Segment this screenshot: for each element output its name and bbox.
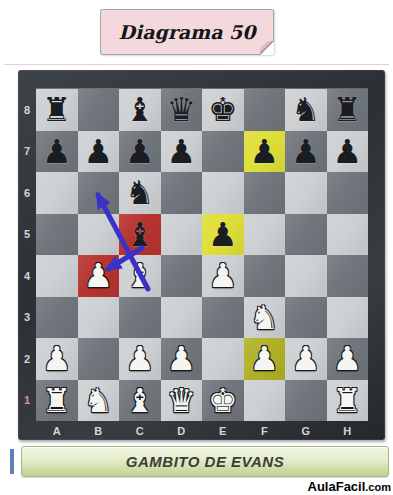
piece-white-knight-b1: ♞ [78, 380, 120, 422]
piece-white-rook-h1: ♜ [327, 380, 369, 422]
square-e6 [202, 172, 244, 214]
square-e8: ♚ [202, 89, 244, 131]
piece-black-rook-a8: ♜ [36, 89, 78, 131]
piece-white-pawn-c2: ♟ [119, 338, 161, 380]
square-h2: ♟ [327, 338, 369, 380]
squares-grid: ♜♝♛♚♞♜♟♟♟♟♟♟♟♞♝♟♟♝♟♞♟♟♟♟♟♟♜♞♝♛♚♜ [36, 89, 368, 421]
square-h4 [327, 255, 369, 297]
piece-white-pawn-h2: ♟ [327, 338, 369, 380]
lesson-page: Diagrama 50 87654321 ABCDEFGH ♜♝♛♚♞♜♟♟♟♟… [0, 0, 393, 495]
piece-white-rook-a1: ♜ [36, 380, 78, 422]
piece-black-queen-d8: ♛ [161, 89, 203, 131]
square-g6 [285, 172, 327, 214]
site-watermark[interactable]: AulaFacil.com [308, 479, 391, 494]
piece-black-pawn-h7: ♟ [327, 131, 369, 173]
square-e3 [202, 297, 244, 339]
square-e4: ♟ [202, 255, 244, 297]
square-b6 [78, 172, 120, 214]
square-a7: ♟ [36, 131, 78, 173]
opening-name: GAMBITO DE EVANS [126, 453, 284, 470]
file-label-b: B [78, 421, 120, 440]
rank-labels: 87654321 [18, 89, 36, 421]
square-h3 [327, 297, 369, 339]
square-h6 [327, 172, 369, 214]
square-g8: ♞ [285, 89, 327, 131]
piece-black-pawn-g7: ♟ [285, 131, 327, 173]
square-b2 [78, 338, 120, 380]
square-d7: ♟ [161, 131, 203, 173]
square-d1: ♛ [161, 380, 203, 422]
piece-black-knight-c6: ♞ [119, 172, 161, 214]
piece-black-bishop-c8: ♝ [119, 89, 161, 131]
piece-black-pawn-a7: ♟ [36, 131, 78, 173]
diagram-title: Diagrama 50 [118, 21, 255, 43]
piece-black-pawn-d7: ♟ [161, 131, 203, 173]
file-label-e: E [202, 421, 244, 440]
piece-black-pawn-e5: ♟ [202, 214, 244, 256]
square-h7: ♟ [327, 131, 369, 173]
square-d6 [161, 172, 203, 214]
square-c7: ♟ [119, 131, 161, 173]
square-c5: ♝ [119, 214, 161, 256]
piece-black-king-e8: ♚ [202, 89, 244, 131]
file-label-d: D [161, 421, 203, 440]
square-b8 [78, 89, 120, 131]
square-f3: ♞ [244, 297, 286, 339]
piece-black-bishop-c5: ♝ [119, 214, 161, 256]
rank-label-4: 4 [18, 255, 36, 297]
square-f7: ♟ [244, 131, 286, 173]
square-h5 [327, 214, 369, 256]
square-a3 [36, 297, 78, 339]
square-a4 [36, 255, 78, 297]
square-f5 [244, 214, 286, 256]
file-label-f: F [244, 421, 286, 440]
square-f4 [244, 255, 286, 297]
square-a5 [36, 214, 78, 256]
file-label-c: C [119, 421, 161, 440]
square-g4 [285, 255, 327, 297]
opening-banner: GAMBITO DE EVANS [21, 446, 389, 477]
piece-white-bishop-c4: ♝ [119, 255, 161, 297]
square-b7: ♟ [78, 131, 120, 173]
piece-white-bishop-c1: ♝ [119, 380, 161, 422]
file-label-g: G [285, 421, 327, 440]
piece-black-pawn-c7: ♟ [119, 131, 161, 173]
square-c2: ♟ [119, 338, 161, 380]
piece-white-pawn-d2: ♟ [161, 338, 203, 380]
chess-board: 87654321 ABCDEFGH ♜♝♛♚♞♜♟♟♟♟♟♟♟♞♝♟♟♝♟♞♟♟… [18, 70, 385, 440]
square-g7: ♟ [285, 131, 327, 173]
square-d5 [161, 214, 203, 256]
file-label-a: A [36, 421, 78, 440]
rank-label-2: 2 [18, 338, 36, 380]
square-a8: ♜ [36, 89, 78, 131]
square-d8: ♛ [161, 89, 203, 131]
square-d4 [161, 255, 203, 297]
square-g3 [285, 297, 327, 339]
piece-white-knight-f3: ♞ [244, 297, 286, 339]
rank-label-3: 3 [18, 297, 36, 339]
square-b5 [78, 214, 120, 256]
square-c1: ♝ [119, 380, 161, 422]
rank-label-5: 5 [18, 214, 36, 256]
piece-white-king-e1: ♚ [202, 380, 244, 422]
square-b1: ♞ [78, 380, 120, 422]
square-g1 [285, 380, 327, 422]
square-e1: ♚ [202, 380, 244, 422]
rank-label-7: 7 [18, 131, 36, 173]
rank-label-6: 6 [18, 172, 36, 214]
file-labels: ABCDEFGH [36, 421, 368, 440]
watermark-name: AulaFacil [308, 479, 366, 494]
watermark-tld: .com [365, 481, 391, 493]
cursor-bar [10, 449, 14, 474]
square-d3 [161, 297, 203, 339]
square-a1: ♜ [36, 380, 78, 422]
separator-line [4, 64, 389, 65]
piece-black-knight-g8: ♞ [285, 89, 327, 131]
square-h1: ♜ [327, 380, 369, 422]
square-a2: ♟ [36, 338, 78, 380]
square-e2 [202, 338, 244, 380]
square-c3 [119, 297, 161, 339]
square-f2: ♟ [244, 338, 286, 380]
square-f6 [244, 172, 286, 214]
square-d2: ♟ [161, 338, 203, 380]
square-c4: ♝ [119, 255, 161, 297]
piece-white-pawn-a2: ♟ [36, 338, 78, 380]
square-g2: ♟ [285, 338, 327, 380]
piece-white-queen-d1: ♛ [161, 380, 203, 422]
diagram-title-box: Diagrama 50 [100, 9, 274, 55]
square-a6 [36, 172, 78, 214]
square-b3 [78, 297, 120, 339]
square-g5 [285, 214, 327, 256]
square-f8 [244, 89, 286, 131]
square-b4: ♟ [78, 255, 120, 297]
square-c8: ♝ [119, 89, 161, 131]
piece-black-pawn-f7: ♟ [244, 131, 286, 173]
square-f1 [244, 380, 286, 422]
square-c6: ♞ [119, 172, 161, 214]
square-e7 [202, 131, 244, 173]
rank-label-8: 8 [18, 89, 36, 131]
file-label-h: H [327, 421, 369, 440]
piece-white-pawn-f2: ♟ [244, 338, 286, 380]
piece-black-rook-h8: ♜ [327, 89, 369, 131]
square-e5: ♟ [202, 214, 244, 256]
piece-white-pawn-g2: ♟ [285, 338, 327, 380]
rank-label-1: 1 [18, 380, 36, 422]
piece-black-pawn-b7: ♟ [78, 131, 120, 173]
piece-white-pawn-e4: ♟ [202, 255, 244, 297]
square-h8: ♜ [327, 89, 369, 131]
piece-white-pawn-b4: ♟ [78, 255, 120, 297]
